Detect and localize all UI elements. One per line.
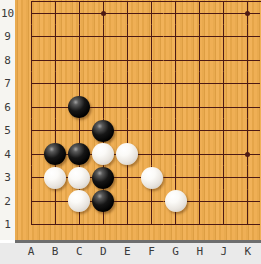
intersection-B6[interactable]	[43, 95, 67, 119]
intersection-B9[interactable]	[43, 25, 67, 49]
intersection-J8[interactable]	[212, 48, 236, 72]
intersection-F1[interactable]	[139, 213, 163, 237]
row-label-7: 7	[0, 78, 15, 89]
intersection-A6[interactable]	[19, 95, 43, 119]
intersection-A8[interactable]	[19, 48, 43, 72]
row-label-6: 6	[0, 102, 15, 113]
intersection-F6[interactable]	[139, 95, 163, 119]
intersection-D6[interactable]	[91, 95, 115, 119]
intersection-D7[interactable]	[91, 72, 115, 96]
intersection-G4[interactable]	[164, 142, 188, 166]
intersection-F5[interactable]	[139, 119, 163, 143]
intersection-E3[interactable]	[115, 166, 139, 190]
intersection-F9[interactable]	[139, 25, 163, 49]
col-label-b: B	[49, 246, 61, 257]
intersection-K9[interactable]	[236, 25, 260, 49]
intersection-B5[interactable]	[43, 119, 67, 143]
intersection-C1[interactable]	[67, 213, 91, 237]
intersection-F2[interactable]	[139, 190, 163, 214]
intersection-C9[interactable]	[67, 25, 91, 49]
col-label-j: J	[218, 246, 230, 257]
star-point-d10	[101, 11, 106, 16]
intersection-K6[interactable]	[236, 95, 260, 119]
intersection-C10[interactable]	[67, 1, 91, 25]
intersection-G1[interactable]	[164, 213, 188, 237]
intersection-E2[interactable]	[115, 190, 139, 214]
white-stone-b3	[44, 167, 66, 189]
intersection-H3[interactable]	[188, 166, 212, 190]
intersection-D9[interactable]	[91, 25, 115, 49]
board-grid	[19, 1, 260, 236]
go-board	[15, 0, 261, 240]
intersection-H5[interactable]	[188, 119, 212, 143]
column-coordinates-strip: ABCDEFGHJK	[0, 243, 261, 264]
col-label-a: A	[25, 246, 37, 257]
col-label-h: H	[194, 246, 206, 257]
row-label-5: 5	[0, 125, 15, 136]
intersection-G6[interactable]	[164, 95, 188, 119]
intersection-B2[interactable]	[43, 190, 67, 214]
intersection-B10[interactable]	[43, 1, 67, 25]
intersection-J4[interactable]	[212, 142, 236, 166]
intersection-G8[interactable]	[164, 48, 188, 72]
black-stone-d5	[92, 120, 114, 142]
intersection-H9[interactable]	[188, 25, 212, 49]
white-stone-f3	[141, 167, 163, 189]
intersection-C7[interactable]	[67, 72, 91, 96]
row-label-4: 4	[0, 149, 15, 160]
intersection-B8[interactable]	[43, 48, 67, 72]
white-stone-g2	[165, 190, 187, 212]
row-label-8: 8	[0, 55, 15, 66]
intersection-A5[interactable]	[19, 119, 43, 143]
intersection-A4[interactable]	[19, 142, 43, 166]
intersection-G3[interactable]	[164, 166, 188, 190]
row-label-2: 2	[0, 196, 15, 207]
intersection-K8[interactable]	[236, 48, 260, 72]
intersection-B1[interactable]	[43, 213, 67, 237]
intersection-B7[interactable]	[43, 72, 67, 96]
intersection-F8[interactable]	[139, 48, 163, 72]
intersection-D1[interactable]	[91, 213, 115, 237]
intersection-J10[interactable]	[212, 1, 236, 25]
intersection-J9[interactable]	[212, 25, 236, 49]
intersection-K1[interactable]	[236, 213, 260, 237]
intersection-K3[interactable]	[236, 166, 260, 190]
intersection-A2[interactable]	[19, 190, 43, 214]
intersection-A3[interactable]	[19, 166, 43, 190]
intersection-G10[interactable]	[164, 1, 188, 25]
intersection-H7[interactable]	[188, 72, 212, 96]
intersection-H1[interactable]	[188, 213, 212, 237]
col-label-f: F	[146, 246, 158, 257]
intersection-F4[interactable]	[139, 142, 163, 166]
intersection-A9[interactable]	[19, 25, 43, 49]
intersection-E10[interactable]	[115, 1, 139, 25]
col-label-d: D	[97, 246, 109, 257]
intersection-A10[interactable]	[19, 1, 43, 25]
white-stone-c3	[68, 167, 90, 189]
intersection-J1[interactable]	[212, 213, 236, 237]
intersection-J6[interactable]	[212, 95, 236, 119]
intersection-H6[interactable]	[188, 95, 212, 119]
intersection-F7[interactable]	[139, 72, 163, 96]
intersection-J5[interactable]	[212, 119, 236, 143]
intersection-A1[interactable]	[19, 213, 43, 237]
intersection-E6[interactable]	[115, 95, 139, 119]
intersection-J7[interactable]	[212, 72, 236, 96]
row-label-1: 1	[0, 219, 15, 230]
intersection-J2[interactable]	[212, 190, 236, 214]
intersection-G7[interactable]	[164, 72, 188, 96]
intersection-H4[interactable]	[188, 142, 212, 166]
intersection-C5[interactable]	[67, 119, 91, 143]
intersection-E5[interactable]	[115, 119, 139, 143]
col-label-c: C	[73, 246, 85, 257]
intersection-K5[interactable]	[236, 119, 260, 143]
intersection-E9[interactable]	[115, 25, 139, 49]
col-label-e: E	[121, 246, 133, 257]
row-label-9: 9	[0, 31, 15, 42]
intersection-A7[interactable]	[19, 72, 43, 96]
intersection-H2[interactable]	[188, 190, 212, 214]
row-label-3: 3	[0, 172, 15, 183]
intersection-G9[interactable]	[164, 25, 188, 49]
row-coordinates-strip: 10987654321	[0, 0, 15, 240]
intersection-K7[interactable]	[236, 72, 260, 96]
intersection-E7[interactable]	[115, 72, 139, 96]
intersection-K2[interactable]	[236, 190, 260, 214]
intersection-H10[interactable]	[188, 1, 212, 25]
intersection-E8[interactable]	[115, 48, 139, 72]
col-label-k: K	[242, 246, 254, 257]
intersection-D8[interactable]	[91, 48, 115, 72]
intersection-G5[interactable]	[164, 119, 188, 143]
intersection-J3[interactable]	[212, 166, 236, 190]
intersection-E1[interactable]	[115, 213, 139, 237]
intersection-H8[interactable]	[188, 48, 212, 72]
col-label-g: G	[170, 246, 182, 257]
intersection-F10[interactable]	[139, 1, 163, 25]
row-label-10: 10	[0, 8, 15, 19]
go-diagram: 10987654321 ABCDEFGHJK	[0, 0, 261, 264]
intersection-C8[interactable]	[67, 48, 91, 72]
